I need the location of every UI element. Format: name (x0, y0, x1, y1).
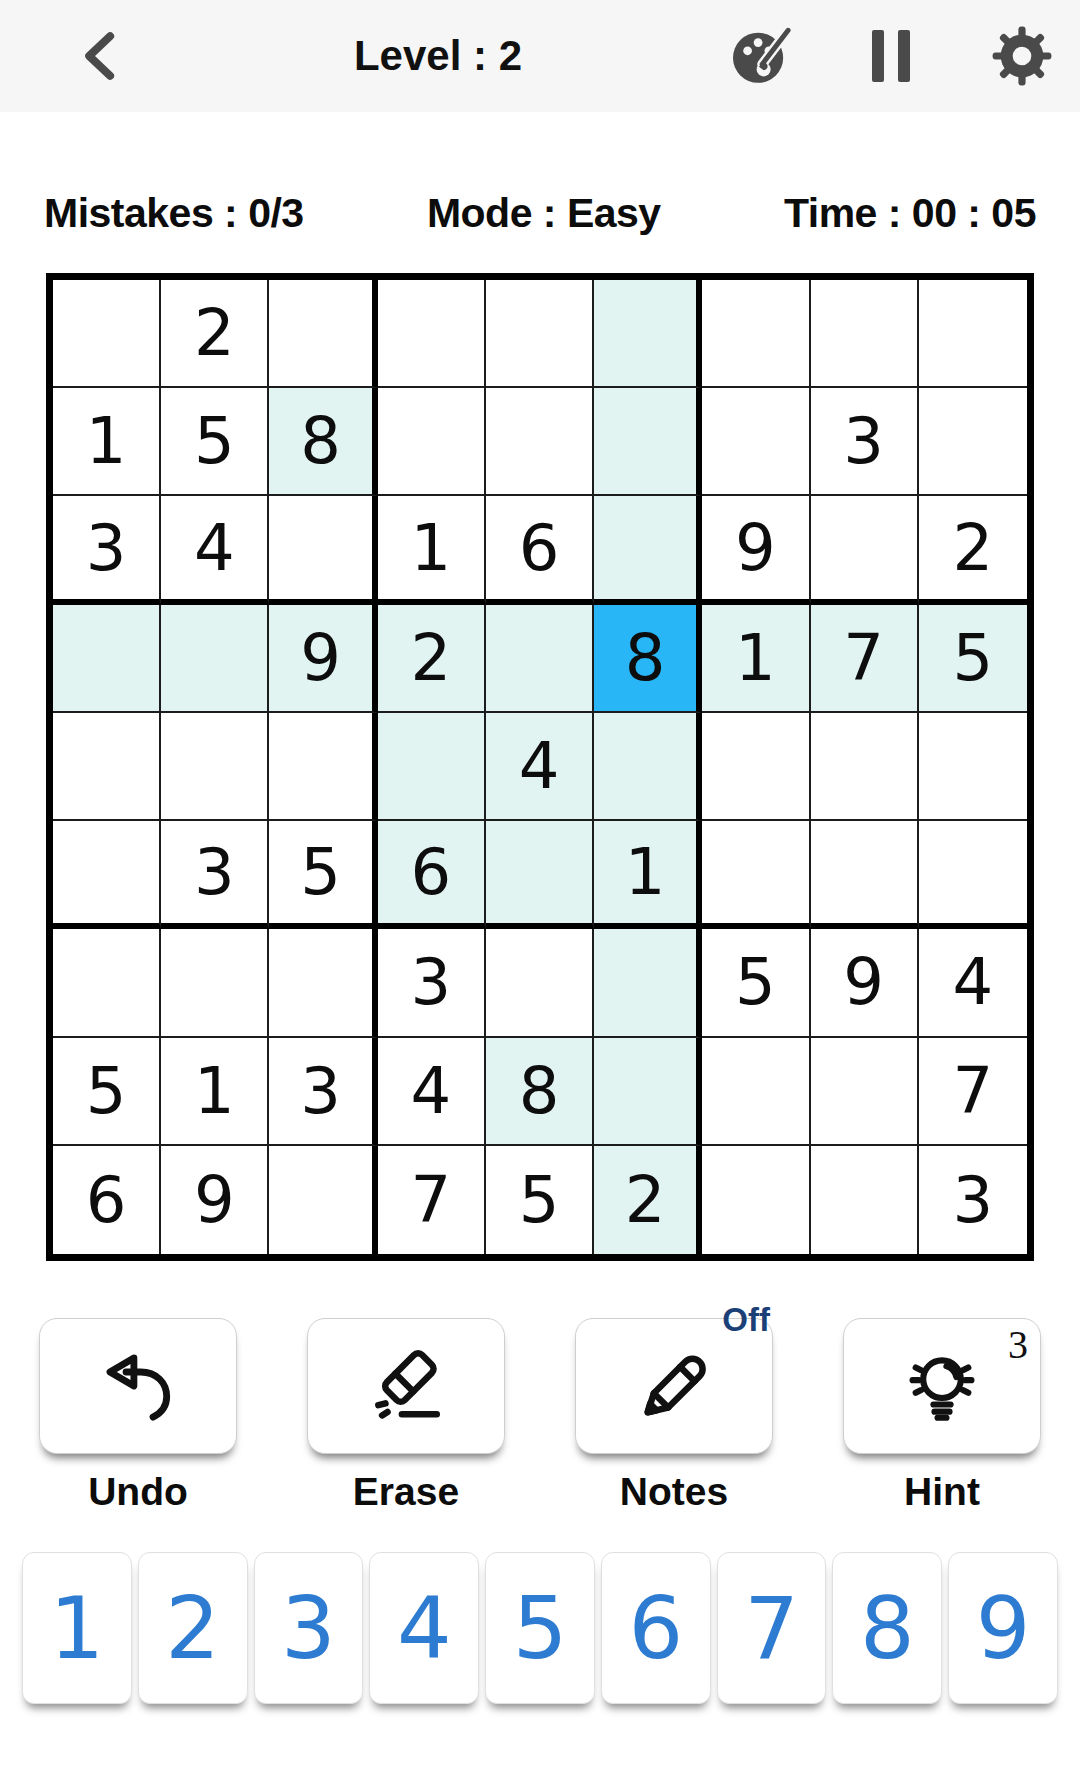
top-bar: Level : 2 (0, 0, 1080, 112)
eraser-icon (365, 1345, 447, 1427)
cell-r3c6[interactable] (594, 496, 702, 604)
cell-r7c6[interactable] (594, 929, 702, 1037)
cell-r1c2[interactable]: 2 (161, 280, 269, 388)
numpad-key-8[interactable]: 8 (832, 1552, 942, 1704)
theme-button[interactable] (726, 21, 796, 91)
erase-label: Erase (353, 1470, 459, 1514)
undo-button[interactable] (39, 1318, 237, 1454)
notes-label: Notes (620, 1470, 728, 1514)
cell-r3c9[interactable]: 2 (919, 496, 1027, 604)
cell-r1c7[interactable] (702, 280, 810, 388)
cell-r3c4[interactable]: 1 (378, 496, 486, 604)
cell-r6c8[interactable] (811, 821, 919, 929)
number-pad: 123456789 (0, 1552, 1080, 1704)
numpad-key-7[interactable]: 7 (717, 1552, 827, 1704)
cell-r1c6[interactable] (594, 280, 702, 388)
cell-r6c9[interactable] (919, 821, 1027, 929)
cell-r6c3[interactable]: 5 (269, 821, 377, 929)
cell-r3c2[interactable]: 4 (161, 496, 269, 604)
cell-r4c3[interactable]: 9 (269, 605, 377, 713)
cell-r5c5[interactable]: 4 (486, 713, 594, 821)
pause-button[interactable] (862, 28, 920, 84)
cell-r4c5[interactable] (486, 605, 594, 713)
cell-r9c1[interactable]: 6 (53, 1146, 161, 1254)
cell-r4c7[interactable]: 1 (702, 605, 810, 713)
cell-r3c5[interactable]: 6 (486, 496, 594, 604)
numpad-key-2[interactable]: 2 (138, 1552, 248, 1704)
pause-icon (872, 30, 910, 82)
cell-r8c7[interactable] (702, 1038, 810, 1146)
pencil-icon (633, 1345, 715, 1427)
cell-r6c6[interactable]: 1 (594, 821, 702, 929)
numpad-key-3[interactable]: 3 (254, 1552, 364, 1704)
erase-button[interactable] (307, 1318, 505, 1454)
cell-r7c9[interactable]: 4 (919, 929, 1027, 1037)
cell-r2c4[interactable] (378, 388, 486, 496)
cell-r5c1[interactable] (53, 713, 161, 821)
cell-r7c5[interactable] (486, 929, 594, 1037)
cell-r2c3[interactable]: 8 (269, 388, 377, 496)
cell-r5c9[interactable] (919, 713, 1027, 821)
cell-r7c1[interactable] (53, 929, 161, 1037)
undo-tool: Undo (40, 1318, 236, 1514)
cell-r8c5[interactable]: 8 (486, 1038, 594, 1146)
cell-r5c7[interactable] (702, 713, 810, 821)
cell-r2c8[interactable]: 3 (811, 388, 919, 496)
cell-r2c6[interactable] (594, 388, 702, 496)
cell-r3c1[interactable]: 3 (53, 496, 161, 604)
cell-r7c4[interactable]: 3 (378, 929, 486, 1037)
cell-r9c9[interactable]: 3 (919, 1146, 1027, 1254)
back-button[interactable] (74, 26, 130, 86)
cell-r1c9[interactable] (919, 280, 1027, 388)
cell-r8c2[interactable]: 1 (161, 1038, 269, 1146)
cell-r8c9[interactable]: 7 (919, 1038, 1027, 1146)
notes-off-badge: Off (722, 1301, 770, 1339)
cell-r8c3[interactable]: 3 (269, 1038, 377, 1146)
lightbulb-icon (901, 1345, 983, 1427)
cell-r6c4[interactable]: 6 (378, 821, 486, 929)
notes-button[interactable]: Off (575, 1318, 773, 1454)
cell-r4c4[interactable]: 2 (378, 605, 486, 713)
cell-r9c7[interactable] (702, 1146, 810, 1254)
palette-icon (726, 21, 796, 91)
cell-r4c6[interactable]: 8 (594, 605, 702, 713)
cell-r5c8[interactable] (811, 713, 919, 821)
mode-label: Mode : Easy (427, 190, 661, 237)
cell-r9c6[interactable]: 2 (594, 1146, 702, 1254)
cell-r6c5[interactable] (486, 821, 594, 929)
cell-r1c8[interactable] (811, 280, 919, 388)
gear-icon (986, 20, 1058, 92)
cell-r1c4[interactable] (378, 280, 486, 388)
cell-r1c1[interactable] (53, 280, 161, 388)
cell-r2c1[interactable]: 1 (53, 388, 161, 496)
cell-r9c3[interactable] (269, 1146, 377, 1254)
cell-r8c6[interactable] (594, 1038, 702, 1146)
cell-r3c8[interactable] (811, 496, 919, 604)
cell-r4c8[interactable]: 7 (811, 605, 919, 713)
erase-tool: Erase (308, 1318, 504, 1514)
numpad-key-1[interactable]: 1 (22, 1552, 132, 1704)
cell-r1c3[interactable] (269, 280, 377, 388)
mistakes-counter: Mistakes : 0/3 (44, 190, 304, 237)
cell-r6c2[interactable]: 3 (161, 821, 269, 929)
numpad-key-6[interactable]: 6 (601, 1552, 711, 1704)
cell-r3c7[interactable]: 9 (702, 496, 810, 604)
hint-label: Hint (904, 1470, 980, 1514)
cell-r2c2[interactable]: 5 (161, 388, 269, 496)
cell-r2c5[interactable] (486, 388, 594, 496)
cell-r2c7[interactable] (702, 388, 810, 496)
cell-r3c3[interactable] (269, 496, 377, 604)
hint-tool: 3 Hint (844, 1318, 1040, 1514)
cell-r9c5[interactable]: 5 (486, 1146, 594, 1254)
status-bar: Mistakes : 0/3 Mode : Easy Time : 00 : 0… (0, 190, 1080, 237)
cell-r2c9[interactable] (919, 388, 1027, 496)
cell-r7c7[interactable]: 5 (702, 929, 810, 1037)
hint-button[interactable]: 3 (843, 1318, 1041, 1454)
undo-icon (97, 1345, 179, 1427)
cell-r7c8[interactable]: 9 (811, 929, 919, 1037)
cell-r5c3[interactable] (269, 713, 377, 821)
cell-r7c2[interactable] (161, 929, 269, 1037)
cell-r5c6[interactable] (594, 713, 702, 821)
cell-r6c7[interactable] (702, 821, 810, 929)
hint-count-badge: 3 (1008, 1321, 1028, 1368)
tool-bar: Undo Erase Off (0, 1318, 1080, 1514)
page-title: Level : 2 (354, 32, 522, 80)
numpad-key-4[interactable]: 4 (369, 1552, 479, 1704)
cell-r8c1[interactable]: 5 (53, 1038, 161, 1146)
cell-r5c4[interactable] (378, 713, 486, 821)
numpad-key-5[interactable]: 5 (485, 1552, 595, 1704)
cell-r9c2[interactable]: 9 (161, 1146, 269, 1254)
back-chevron-icon (74, 26, 130, 86)
cell-r4c9[interactable]: 5 (919, 605, 1027, 713)
sudoku-board: 21583341692928175435613594513487697523 (46, 273, 1034, 1261)
undo-label: Undo (88, 1470, 188, 1514)
settings-button[interactable] (986, 20, 1058, 92)
cell-r7c3[interactable] (269, 929, 377, 1037)
cell-r8c8[interactable] (811, 1038, 919, 1146)
cell-r4c2[interactable] (161, 605, 269, 713)
cell-r4c1[interactable] (53, 605, 161, 713)
cell-r6c1[interactable] (53, 821, 161, 929)
cell-r1c5[interactable] (486, 280, 594, 388)
numpad-key-9[interactable]: 9 (948, 1552, 1058, 1704)
timer: Time : 00 : 05 (784, 190, 1036, 237)
notes-tool: Off Notes (576, 1318, 772, 1514)
cell-r5c2[interactable] (161, 713, 269, 821)
cell-r9c8[interactable] (811, 1146, 919, 1254)
cell-r9c4[interactable]: 7 (378, 1146, 486, 1254)
cell-r8c4[interactable]: 4 (378, 1038, 486, 1146)
